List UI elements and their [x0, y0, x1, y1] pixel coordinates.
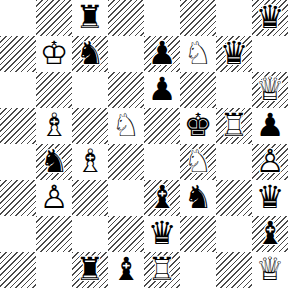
queen-glyph: ♛ [220, 37, 249, 69]
square-b6[interactable] [36, 72, 72, 108]
pawn-glyph: ♙ [256, 145, 285, 177]
square-b4[interactable]: ♞ [36, 144, 72, 180]
piece-black-queen[interactable]: ♛ [252, 180, 288, 216]
piece-white-pawn[interactable]: ♟♙ [252, 144, 288, 180]
piece-black-bishop[interactable]: ♝ [252, 216, 288, 252]
square-g6[interactable] [216, 72, 252, 108]
square-e4[interactable] [144, 144, 180, 180]
square-a2[interactable] [0, 216, 36, 252]
pawn-glyph: ♟ [148, 73, 177, 105]
pawn-glyph: ♙ [40, 181, 69, 213]
square-d4[interactable] [108, 144, 144, 180]
bishop-glyph: ♝ [112, 253, 141, 285]
queen-glyph: ♛ [256, 1, 285, 33]
square-h1[interactable]: ♛♕ [252, 252, 288, 288]
queen-glyph: ♕ [256, 253, 285, 285]
square-f5[interactable]: ♚ [180, 108, 216, 144]
square-d6[interactable] [108, 72, 144, 108]
square-f4[interactable]: ♞♘ [180, 144, 216, 180]
piece-black-rook[interactable]: ♜ [72, 0, 108, 36]
square-a8[interactable] [0, 0, 36, 36]
square-g2[interactable] [216, 216, 252, 252]
square-b3[interactable]: ♟♙ [36, 180, 72, 216]
square-b2[interactable] [36, 216, 72, 252]
square-g3[interactable] [216, 180, 252, 216]
pawn-glyph: ♟ [148, 37, 177, 69]
piece-black-knight[interactable]: ♞ [180, 180, 216, 216]
king-glyph: ♔ [40, 37, 69, 69]
piece-white-bishop[interactable]: ♝♗ [72, 144, 108, 180]
piece-white-pawn[interactable]: ♟♙ [36, 180, 72, 216]
square-a3[interactable] [0, 180, 36, 216]
chess-board: ♜♛♚♔♞♟♞♘♛♟♛♕♝♗♞♘♚♜♖♟♞♝♗♞♘♟♙♟♙♝♞♛♛♝♜♝♜♖♛♕ [0, 0, 288, 288]
square-h7[interactable] [252, 36, 288, 72]
knight-glyph: ♞ [184, 181, 213, 213]
square-c7[interactable]: ♞ [72, 36, 108, 72]
square-d2[interactable] [108, 216, 144, 252]
queen-glyph: ♛ [256, 181, 285, 213]
square-c1[interactable]: ♜ [72, 252, 108, 288]
square-e3[interactable]: ♝ [144, 180, 180, 216]
square-h2[interactable]: ♝ [252, 216, 288, 252]
piece-white-knight[interactable]: ♞♘ [108, 108, 144, 144]
square-d5[interactable]: ♞♘ [108, 108, 144, 144]
piece-black-bishop[interactable]: ♝ [144, 180, 180, 216]
piece-white-queen[interactable]: ♛♕ [252, 252, 288, 288]
piece-black-knight[interactable]: ♞ [36, 144, 72, 180]
square-h3[interactable]: ♛ [252, 180, 288, 216]
square-b8[interactable] [36, 0, 72, 36]
square-c4[interactable]: ♝♗ [72, 144, 108, 180]
square-f6[interactable] [180, 72, 216, 108]
square-f1[interactable] [180, 252, 216, 288]
piece-white-rook[interactable]: ♜♖ [216, 108, 252, 144]
queen-glyph: ♕ [256, 73, 285, 105]
bishop-glyph: ♗ [40, 109, 69, 141]
square-e5[interactable] [144, 108, 180, 144]
square-g8[interactable] [216, 0, 252, 36]
piece-black-bishop[interactable]: ♝ [108, 252, 144, 288]
square-a4[interactable] [0, 144, 36, 180]
square-g5[interactable]: ♜♖ [216, 108, 252, 144]
square-d3[interactable] [108, 180, 144, 216]
knight-glyph: ♘ [184, 145, 213, 177]
square-d7[interactable] [108, 36, 144, 72]
rook-glyph: ♖ [148, 253, 177, 285]
square-c2[interactable] [72, 216, 108, 252]
square-b5[interactable]: ♝♗ [36, 108, 72, 144]
square-d1[interactable]: ♝ [108, 252, 144, 288]
square-h4[interactable]: ♟♙ [252, 144, 288, 180]
pawn-glyph: ♟ [256, 109, 285, 141]
square-f8[interactable] [180, 0, 216, 36]
square-c8[interactable]: ♜ [72, 0, 108, 36]
square-f3[interactable]: ♞ [180, 180, 216, 216]
rook-glyph: ♖ [220, 109, 249, 141]
knight-glyph: ♞ [40, 145, 69, 177]
bishop-glyph: ♝ [256, 217, 285, 249]
piece-white-queen[interactable]: ♛♕ [252, 72, 288, 108]
square-c3[interactable] [72, 180, 108, 216]
piece-black-pawn[interactable]: ♟ [144, 36, 180, 72]
bishop-glyph: ♗ [76, 145, 105, 177]
bishop-glyph: ♝ [148, 181, 177, 213]
piece-white-knight[interactable]: ♞♘ [180, 36, 216, 72]
square-e2[interactable]: ♛ [144, 216, 180, 252]
square-h5[interactable]: ♟ [252, 108, 288, 144]
square-a6[interactable] [0, 72, 36, 108]
square-b7[interactable]: ♚♔ [36, 36, 72, 72]
piece-white-king[interactable]: ♚♔ [36, 36, 72, 72]
square-g7[interactable]: ♛ [216, 36, 252, 72]
piece-black-queen[interactable]: ♛ [144, 216, 180, 252]
piece-white-bishop[interactable]: ♝♗ [36, 108, 72, 144]
square-f2[interactable] [180, 216, 216, 252]
square-d8[interactable] [108, 0, 144, 36]
square-g1[interactable] [216, 252, 252, 288]
square-a7[interactable] [0, 36, 36, 72]
piece-black-rook[interactable]: ♜ [72, 252, 108, 288]
square-e6[interactable]: ♟ [144, 72, 180, 108]
square-h8[interactable]: ♛ [252, 0, 288, 36]
piece-white-knight[interactable]: ♞♘ [180, 144, 216, 180]
square-a5[interactable] [0, 108, 36, 144]
square-b1[interactable] [36, 252, 72, 288]
square-e1[interactable]: ♜♖ [144, 252, 180, 288]
rook-glyph: ♜ [76, 253, 105, 285]
rook-glyph: ♜ [76, 1, 105, 33]
square-g4[interactable] [216, 144, 252, 180]
square-h6[interactable]: ♛♕ [252, 72, 288, 108]
square-a1[interactable] [0, 252, 36, 288]
square-c5[interactable] [72, 108, 108, 144]
piece-black-queen[interactable]: ♛ [216, 36, 252, 72]
queen-glyph: ♛ [148, 217, 177, 249]
piece-black-king[interactable]: ♚ [180, 108, 216, 144]
square-c6[interactable] [72, 72, 108, 108]
piece-black-knight[interactable]: ♞ [72, 36, 108, 72]
knight-glyph: ♘ [112, 109, 141, 141]
knight-glyph: ♞ [76, 37, 105, 69]
piece-black-queen[interactable]: ♛ [252, 0, 288, 36]
square-f7[interactable]: ♞♘ [180, 36, 216, 72]
king-glyph: ♚ [184, 109, 213, 141]
square-e8[interactable] [144, 0, 180, 36]
piece-black-pawn[interactable]: ♟ [252, 108, 288, 144]
square-e7[interactable]: ♟ [144, 36, 180, 72]
knight-glyph: ♘ [184, 37, 213, 69]
piece-black-pawn[interactable]: ♟ [144, 72, 180, 108]
piece-white-rook[interactable]: ♜♖ [144, 252, 180, 288]
